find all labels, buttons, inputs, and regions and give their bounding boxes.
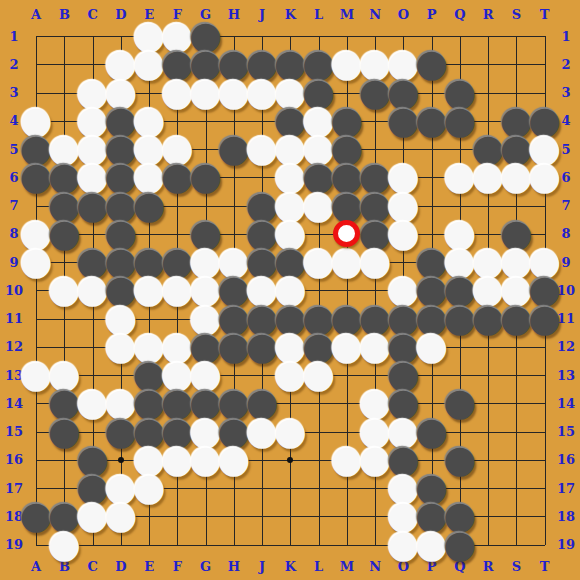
point-J3[interactable]: ● <box>248 79 276 107</box>
point-C12[interactable] <box>79 333 107 361</box>
coordinate-label-2: 2 <box>5 50 23 78</box>
black-stone-Q14: ● <box>443 388 476 416</box>
go-board: ABCDEFGHJKLMNOPQRST ABCDEFGHJKLMNOPQRST … <box>0 0 580 580</box>
point-A1[interactable] <box>22 22 50 50</box>
black-stone-T11: ● <box>528 304 561 332</box>
black-stone-E7: ● <box>133 191 166 219</box>
coordinate-label-Q: Q <box>446 5 474 23</box>
point-H3[interactable]: ● <box>220 79 248 107</box>
point-P19[interactable]: ● <box>418 531 446 559</box>
board-grid: ●●●●●●●●●●●●●●●●●●●●●●●●●●●●●●●●●●●●●●●●… <box>22 22 559 559</box>
coordinate-label-15: 15 <box>5 418 23 446</box>
point-D12[interactable]: ● <box>107 333 135 361</box>
point-F16[interactable]: ● <box>163 446 191 474</box>
star-point-D16 <box>118 457 124 463</box>
coordinate-label-P: P <box>418 5 446 23</box>
point-R3[interactable] <box>474 79 502 107</box>
point-S1[interactable] <box>502 22 530 50</box>
point-A18[interactable]: ● <box>22 502 50 530</box>
coordinate-label-H: H <box>220 557 248 575</box>
point-J15[interactable]: ● <box>248 418 276 446</box>
point-K13[interactable]: ● <box>276 361 304 389</box>
white-stone-K15: ● <box>274 417 307 445</box>
point-L9[interactable]: ● <box>305 248 333 276</box>
point-S14[interactable] <box>502 389 530 417</box>
point-G3[interactable]: ● <box>192 79 220 107</box>
point-A11[interactable] <box>22 305 50 333</box>
point-C10[interactable]: ● <box>79 276 107 304</box>
point-S18[interactable] <box>502 502 530 530</box>
white-stone-L13: ● <box>302 360 335 388</box>
point-R16[interactable] <box>474 446 502 474</box>
point-F18[interactable] <box>163 502 191 530</box>
point-A6[interactable]: ● <box>22 163 50 191</box>
point-B15[interactable]: ● <box>50 418 78 446</box>
point-T16[interactable] <box>531 446 559 474</box>
point-F19[interactable] <box>163 531 191 559</box>
point-J12[interactable]: ● <box>248 333 276 361</box>
point-D15[interactable]: ● <box>107 418 135 446</box>
point-N9[interactable]: ● <box>361 248 389 276</box>
point-T13[interactable] <box>531 361 559 389</box>
point-M18[interactable] <box>333 502 361 530</box>
point-R6[interactable]: ● <box>474 163 502 191</box>
coordinate-label-K: K <box>276 5 304 23</box>
point-R11[interactable]: ● <box>474 305 502 333</box>
point-A9[interactable]: ● <box>22 248 50 276</box>
point-R15[interactable] <box>474 418 502 446</box>
coordinate-label-L: L <box>305 557 333 575</box>
point-J19[interactable] <box>248 531 276 559</box>
point-T19[interactable] <box>531 531 559 559</box>
point-K19[interactable] <box>276 531 304 559</box>
point-L17[interactable] <box>305 474 333 502</box>
point-C18[interactable]: ● <box>79 502 107 530</box>
coordinate-label-D: D <box>107 557 135 575</box>
point-D18[interactable]: ● <box>107 502 135 530</box>
point-T1[interactable] <box>531 22 559 50</box>
point-E2[interactable]: ● <box>135 50 163 78</box>
point-S13[interactable] <box>502 361 530 389</box>
coordinate-label-1: 1 <box>5 22 23 50</box>
point-B3[interactable] <box>50 79 78 107</box>
point-Q19[interactable]: ● <box>446 531 474 559</box>
point-C14[interactable]: ● <box>79 389 107 417</box>
point-P7[interactable] <box>418 192 446 220</box>
point-Q11[interactable]: ● <box>446 305 474 333</box>
point-F6[interactable]: ● <box>163 163 191 191</box>
point-A15[interactable] <box>22 418 50 446</box>
column-labels-bottom: ABCDEFGHJKLMNOPQRST <box>22 557 559 575</box>
point-G6[interactable]: ● <box>192 163 220 191</box>
point-A2[interactable] <box>22 50 50 78</box>
coordinate-label-11: 11 <box>5 305 23 333</box>
point-M19[interactable] <box>333 531 361 559</box>
point-K15[interactable]: ● <box>276 418 304 446</box>
coordinate-label-E: E <box>135 557 163 575</box>
white-stone-H16: ● <box>217 445 250 473</box>
coordinate-label-15: 15 <box>557 418 575 446</box>
coordinate-label-A: A <box>22 557 50 575</box>
point-N19[interactable] <box>361 531 389 559</box>
point-H16[interactable]: ● <box>220 446 248 474</box>
point-N3[interactable]: ● <box>361 79 389 107</box>
point-G18[interactable] <box>192 502 220 530</box>
point-H12[interactable]: ● <box>220 333 248 361</box>
point-A13[interactable]: ● <box>22 361 50 389</box>
coordinate-label-S: S <box>502 5 530 23</box>
point-M12[interactable]: ● <box>333 333 361 361</box>
white-stone-P12: ● <box>415 332 448 360</box>
point-Q4[interactable]: ● <box>446 107 474 135</box>
coordinate-label-16: 16 <box>5 446 23 474</box>
point-P4[interactable]: ● <box>418 107 446 135</box>
coordinate-label-J: J <box>248 557 276 575</box>
point-R1[interactable] <box>474 22 502 50</box>
point-L15[interactable] <box>305 418 333 446</box>
point-J17[interactable] <box>248 474 276 502</box>
point-L7[interactable]: ● <box>305 192 333 220</box>
coordinate-label-J: J <box>248 5 276 23</box>
black-stone-Q16: ● <box>443 445 476 473</box>
point-O4[interactable]: ● <box>389 107 417 135</box>
point-P15[interactable]: ● <box>418 418 446 446</box>
point-C7[interactable]: ● <box>79 192 107 220</box>
point-T17[interactable] <box>531 474 559 502</box>
black-stone-Q19: ● <box>443 530 476 558</box>
white-stone-B19: ● <box>48 530 81 558</box>
point-P12[interactable]: ● <box>418 333 446 361</box>
point-H18[interactable] <box>220 502 248 530</box>
point-H19[interactable] <box>220 531 248 559</box>
point-C1[interactable] <box>79 22 107 50</box>
point-G16[interactable]: ● <box>192 446 220 474</box>
point-M2[interactable]: ● <box>333 50 361 78</box>
point-S2[interactable] <box>502 50 530 78</box>
point-F10[interactable]: ● <box>163 276 191 304</box>
coordinate-label-T: T <box>531 5 559 23</box>
coordinate-label-B: B <box>50 5 78 23</box>
point-M7[interactable]: ● <box>333 192 361 220</box>
point-S17[interactable] <box>502 474 530 502</box>
coordinate-label-T: T <box>531 557 559 575</box>
coordinate-label-A: A <box>22 5 50 23</box>
point-H7[interactable] <box>220 192 248 220</box>
coordinate-label-17: 17 <box>557 474 575 502</box>
coordinate-label-R: R <box>474 5 502 23</box>
point-E10[interactable]: ● <box>135 276 163 304</box>
black-stone-G6: ● <box>189 162 222 190</box>
column-labels-top: ABCDEFGHJKLMNOPQRST <box>22 5 559 23</box>
white-stone-T6: ● <box>528 162 561 190</box>
coordinate-label-C: C <box>79 5 107 23</box>
point-L16[interactable] <box>305 446 333 474</box>
point-P6[interactable] <box>418 163 446 191</box>
coordinate-label-H: H <box>220 5 248 23</box>
point-O8[interactable]: ● <box>389 220 417 248</box>
point-N18[interactable] <box>361 502 389 530</box>
coordinate-label-N: N <box>361 5 389 23</box>
point-S19[interactable] <box>502 531 530 559</box>
point-B8[interactable]: ● <box>50 220 78 248</box>
point-R17[interactable] <box>474 474 502 502</box>
point-M16[interactable]: ● <box>333 446 361 474</box>
coordinate-label-S: S <box>502 557 530 575</box>
point-Q14[interactable]: ● <box>446 389 474 417</box>
coordinate-label-D: D <box>107 5 135 23</box>
point-N16[interactable]: ● <box>361 446 389 474</box>
coordinate-label-L: L <box>305 5 333 23</box>
point-A16[interactable] <box>22 446 50 474</box>
point-S15[interactable] <box>502 418 530 446</box>
point-B2[interactable] <box>50 50 78 78</box>
coordinate-label-14: 14 <box>557 389 575 417</box>
point-R19[interactable] <box>474 531 502 559</box>
coordinate-label-R: R <box>474 557 502 575</box>
coordinate-label-C: C <box>79 557 107 575</box>
point-L13[interactable]: ● <box>305 361 333 389</box>
coordinate-label-19: 19 <box>557 531 575 559</box>
point-O19[interactable]: ● <box>389 531 417 559</box>
coordinate-label-K: K <box>276 557 304 575</box>
coordinate-label-18: 18 <box>557 502 575 530</box>
point-J18[interactable] <box>248 502 276 530</box>
point-R14[interactable] <box>474 389 502 417</box>
point-E19[interactable] <box>135 531 163 559</box>
point-G19[interactable] <box>192 531 220 559</box>
coordinate-label-F: F <box>163 557 191 575</box>
point-M14[interactable] <box>333 389 361 417</box>
point-J5[interactable]: ● <box>248 135 276 163</box>
coordinate-label-1: 1 <box>557 22 575 50</box>
point-B1[interactable] <box>50 22 78 50</box>
point-N12[interactable]: ● <box>361 333 389 361</box>
point-F3[interactable]: ● <box>163 79 191 107</box>
point-R2[interactable] <box>474 50 502 78</box>
point-E7[interactable]: ● <box>135 192 163 220</box>
point-L18[interactable] <box>305 502 333 530</box>
point-T14[interactable] <box>531 389 559 417</box>
point-S16[interactable] <box>502 446 530 474</box>
point-T6[interactable]: ● <box>531 163 559 191</box>
point-Q6[interactable]: ● <box>446 163 474 191</box>
point-S6[interactable]: ● <box>502 163 530 191</box>
coordinate-label-16: 16 <box>557 446 575 474</box>
point-T11[interactable]: ● <box>531 305 559 333</box>
point-R13[interactable] <box>474 361 502 389</box>
coordinate-label-N: N <box>361 557 389 575</box>
coordinate-label-O: O <box>389 5 417 23</box>
point-B10[interactable]: ● <box>50 276 78 304</box>
point-P2[interactable]: ● <box>418 50 446 78</box>
point-R18[interactable] <box>474 502 502 530</box>
point-K17[interactable] <box>276 474 304 502</box>
coordinate-label-M: M <box>333 557 361 575</box>
point-B19[interactable]: ● <box>50 531 78 559</box>
coordinate-label-13: 13 <box>557 361 575 389</box>
coordinate-label-M: M <box>333 5 361 23</box>
white-stone-D18: ● <box>104 501 137 529</box>
star-point-K16 <box>287 457 293 463</box>
point-M9[interactable]: ● <box>333 248 361 276</box>
point-Q1[interactable] <box>446 22 474 50</box>
white-stone-E17: ● <box>133 473 166 501</box>
point-K18[interactable] <box>276 502 304 530</box>
coordinate-label-2: 2 <box>557 50 575 78</box>
coordinate-label-G: G <box>192 557 220 575</box>
point-T15[interactable] <box>531 418 559 446</box>
point-S11[interactable]: ● <box>502 305 530 333</box>
point-T2[interactable] <box>531 50 559 78</box>
point-T18[interactable] <box>531 502 559 530</box>
point-L19[interactable] <box>305 531 333 559</box>
point-E17[interactable]: ● <box>135 474 163 502</box>
point-Q16[interactable]: ● <box>446 446 474 474</box>
point-H5[interactable]: ● <box>220 135 248 163</box>
